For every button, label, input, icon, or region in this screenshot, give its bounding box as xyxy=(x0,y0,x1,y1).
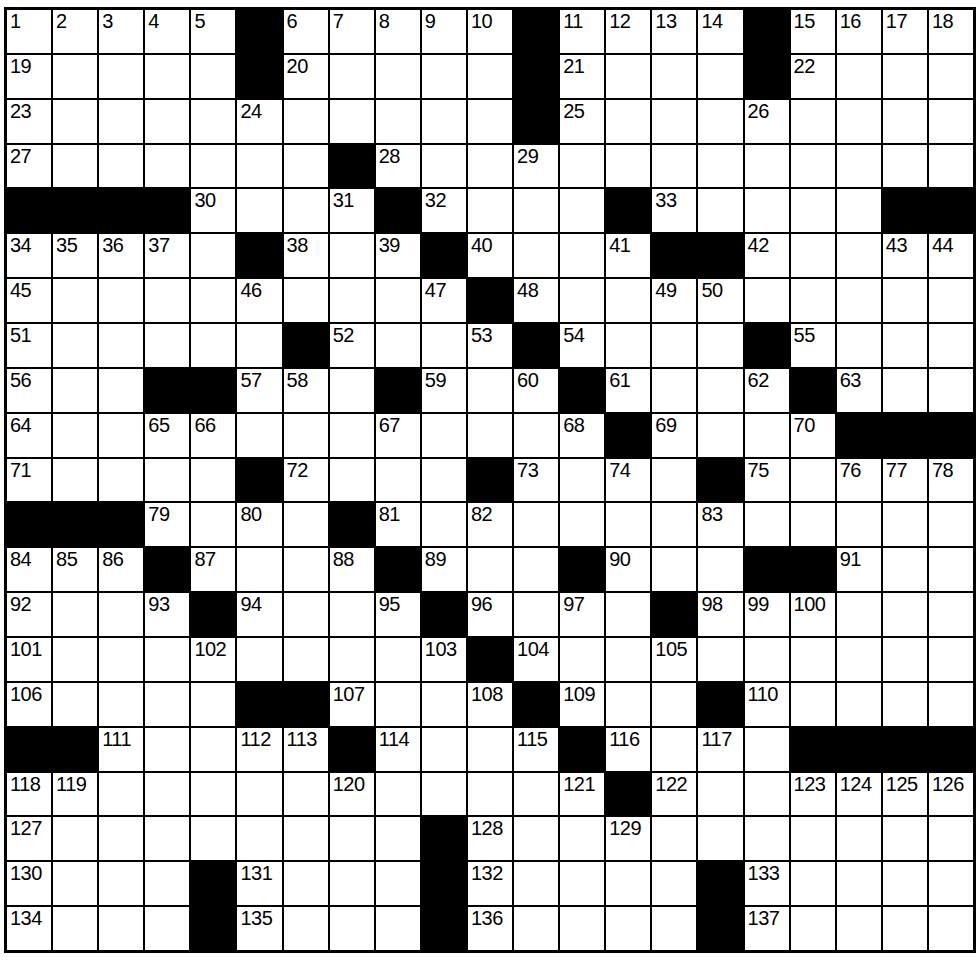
white-square[interactable] xyxy=(560,189,604,232)
white-square[interactable]: 2 xyxy=(53,10,97,53)
white-square[interactable] xyxy=(145,817,189,860)
white-square[interactable] xyxy=(191,324,235,367)
white-square[interactable] xyxy=(929,862,973,905)
white-square[interactable]: 121 xyxy=(560,773,604,816)
white-square[interactable] xyxy=(191,100,235,143)
white-square[interactable]: 5 xyxy=(191,10,235,53)
white-square[interactable]: 112 xyxy=(237,728,281,771)
white-square[interactable]: 61 xyxy=(606,369,650,412)
white-square[interactable]: 105 xyxy=(652,638,696,681)
white-square[interactable] xyxy=(883,862,927,905)
white-square[interactable] xyxy=(422,55,466,98)
white-square[interactable]: 16 xyxy=(837,10,881,53)
white-square[interactable]: 63 xyxy=(837,369,881,412)
white-square[interactable] xyxy=(514,907,558,950)
white-square[interactable] xyxy=(99,459,143,502)
white-square[interactable]: 35 xyxy=(53,234,97,277)
white-square[interactable]: 37 xyxy=(145,234,189,277)
white-square[interactable] xyxy=(191,728,235,771)
white-square[interactable] xyxy=(422,100,466,143)
white-square[interactable] xyxy=(53,145,97,188)
white-square[interactable]: 65 xyxy=(145,414,189,457)
white-square[interactable]: 102 xyxy=(191,638,235,681)
white-square[interactable] xyxy=(837,638,881,681)
white-square[interactable]: 7 xyxy=(330,10,374,53)
white-square[interactable]: 62 xyxy=(745,369,789,412)
white-square[interactable] xyxy=(330,907,374,950)
white-square[interactable] xyxy=(883,593,927,636)
white-square[interactable]: 72 xyxy=(284,459,328,502)
white-square[interactable] xyxy=(837,55,881,98)
white-square[interactable] xyxy=(191,279,235,322)
white-square[interactable] xyxy=(560,145,604,188)
white-square[interactable] xyxy=(745,414,789,457)
white-square[interactable] xyxy=(791,100,835,143)
white-square[interactable] xyxy=(330,638,374,681)
white-square[interactable] xyxy=(837,279,881,322)
white-square[interactable] xyxy=(929,503,973,546)
white-square[interactable] xyxy=(652,817,696,860)
white-square[interactable]: 8 xyxy=(376,10,420,53)
white-square[interactable] xyxy=(698,189,742,232)
white-square[interactable] xyxy=(191,773,235,816)
white-square[interactable] xyxy=(468,189,512,232)
white-square[interactable] xyxy=(791,145,835,188)
white-square[interactable]: 94 xyxy=(237,593,281,636)
white-square[interactable] xyxy=(237,189,281,232)
white-square[interactable]: 84 xyxy=(7,548,51,591)
white-square[interactable]: 87 xyxy=(191,548,235,591)
white-square[interactable] xyxy=(330,369,374,412)
white-square[interactable] xyxy=(837,907,881,950)
white-square[interactable] xyxy=(99,55,143,98)
white-square[interactable] xyxy=(652,100,696,143)
white-square[interactable] xyxy=(698,55,742,98)
white-square[interactable] xyxy=(883,324,927,367)
white-square[interactable] xyxy=(145,145,189,188)
white-square[interactable] xyxy=(53,324,97,367)
white-square[interactable] xyxy=(376,817,420,860)
white-square[interactable]: 127 xyxy=(7,817,51,860)
white-square[interactable] xyxy=(745,817,789,860)
white-square[interactable]: 40 xyxy=(468,234,512,277)
white-square[interactable]: 90 xyxy=(606,548,650,591)
white-square[interactable] xyxy=(883,279,927,322)
white-square[interactable]: 96 xyxy=(468,593,512,636)
white-square[interactable] xyxy=(514,503,558,546)
white-square[interactable] xyxy=(284,145,328,188)
white-square[interactable]: 98 xyxy=(698,593,742,636)
white-square[interactable] xyxy=(929,683,973,726)
white-square[interactable]: 11 xyxy=(560,10,604,53)
white-square[interactable] xyxy=(53,683,97,726)
white-square[interactable] xyxy=(514,817,558,860)
white-square[interactable] xyxy=(652,369,696,412)
white-square[interactable] xyxy=(606,907,650,950)
white-square[interactable] xyxy=(606,593,650,636)
white-square[interactable] xyxy=(606,683,650,726)
white-square[interactable]: 114 xyxy=(376,728,420,771)
white-square[interactable] xyxy=(837,683,881,726)
white-square[interactable]: 108 xyxy=(468,683,512,726)
white-square[interactable]: 15 xyxy=(791,10,835,53)
white-square[interactable] xyxy=(330,279,374,322)
white-square[interactable] xyxy=(422,414,466,457)
white-square[interactable]: 67 xyxy=(376,414,420,457)
white-square[interactable]: 78 xyxy=(929,459,973,502)
white-square[interactable]: 43 xyxy=(883,234,927,277)
white-square[interactable] xyxy=(468,55,512,98)
white-square[interactable] xyxy=(376,100,420,143)
white-square[interactable] xyxy=(883,369,927,412)
white-square[interactable] xyxy=(745,503,789,546)
white-square[interactable]: 18 xyxy=(929,10,973,53)
white-square[interactable] xyxy=(284,414,328,457)
white-square[interactable] xyxy=(53,638,97,681)
white-square[interactable] xyxy=(837,234,881,277)
white-square[interactable]: 39 xyxy=(376,234,420,277)
white-square[interactable]: 26 xyxy=(745,100,789,143)
white-square[interactable] xyxy=(791,459,835,502)
white-square[interactable]: 126 xyxy=(929,773,973,816)
white-square[interactable] xyxy=(330,862,374,905)
white-square[interactable] xyxy=(284,279,328,322)
white-square[interactable] xyxy=(652,459,696,502)
white-square[interactable] xyxy=(237,414,281,457)
white-square[interactable]: 77 xyxy=(883,459,927,502)
white-square[interactable] xyxy=(284,817,328,860)
white-square[interactable] xyxy=(745,145,789,188)
white-square[interactable] xyxy=(514,414,558,457)
white-square[interactable]: 70 xyxy=(791,414,835,457)
white-square[interactable] xyxy=(422,324,466,367)
white-square[interactable] xyxy=(837,145,881,188)
white-square[interactable] xyxy=(284,907,328,950)
white-square[interactable]: 131 xyxy=(237,862,281,905)
white-square[interactable]: 22 xyxy=(791,55,835,98)
white-square[interactable]: 118 xyxy=(7,773,51,816)
white-square[interactable]: 135 xyxy=(237,907,281,950)
white-square[interactable] xyxy=(145,459,189,502)
white-square[interactable] xyxy=(883,55,927,98)
white-square[interactable]: 119 xyxy=(53,773,97,816)
white-square[interactable] xyxy=(53,817,97,860)
white-square[interactable]: 25 xyxy=(560,100,604,143)
white-square[interactable]: 76 xyxy=(837,459,881,502)
white-square[interactable]: 41 xyxy=(606,234,650,277)
white-square[interactable] xyxy=(698,369,742,412)
white-square[interactable] xyxy=(929,369,973,412)
white-square[interactable] xyxy=(145,279,189,322)
white-square[interactable] xyxy=(606,145,650,188)
white-square[interactable] xyxy=(514,234,558,277)
white-square[interactable]: 71 xyxy=(7,459,51,502)
white-square[interactable] xyxy=(53,100,97,143)
white-square[interactable]: 106 xyxy=(7,683,51,726)
white-square[interactable]: 29 xyxy=(514,145,558,188)
white-square[interactable]: 115 xyxy=(514,728,558,771)
white-square[interactable]: 49 xyxy=(652,279,696,322)
white-square[interactable] xyxy=(929,593,973,636)
white-square[interactable] xyxy=(929,100,973,143)
white-square[interactable]: 116 xyxy=(606,728,650,771)
white-square[interactable] xyxy=(560,817,604,860)
white-square[interactable]: 93 xyxy=(145,593,189,636)
white-square[interactable] xyxy=(99,279,143,322)
white-square[interactable] xyxy=(698,100,742,143)
white-square[interactable]: 50 xyxy=(698,279,742,322)
white-square[interactable]: 74 xyxy=(606,459,650,502)
white-square[interactable] xyxy=(883,638,927,681)
white-square[interactable] xyxy=(237,548,281,591)
white-square[interactable] xyxy=(99,683,143,726)
white-square[interactable] xyxy=(514,593,558,636)
white-square[interactable] xyxy=(145,862,189,905)
white-square[interactable]: 95 xyxy=(376,593,420,636)
white-square[interactable] xyxy=(745,189,789,232)
white-square[interactable] xyxy=(514,189,558,232)
white-square[interactable] xyxy=(145,728,189,771)
white-square[interactable] xyxy=(330,593,374,636)
white-square[interactable]: 53 xyxy=(468,324,512,367)
white-square[interactable] xyxy=(514,862,558,905)
white-square[interactable] xyxy=(791,189,835,232)
white-square[interactable]: 23 xyxy=(7,100,51,143)
white-square[interactable] xyxy=(698,414,742,457)
white-square[interactable]: 68 xyxy=(560,414,604,457)
white-square[interactable] xyxy=(929,55,973,98)
white-square[interactable]: 19 xyxy=(7,55,51,98)
white-square[interactable] xyxy=(53,414,97,457)
white-square[interactable] xyxy=(53,593,97,636)
white-square[interactable] xyxy=(698,324,742,367)
white-square[interactable] xyxy=(698,773,742,816)
white-square[interactable]: 80 xyxy=(237,503,281,546)
white-square[interactable] xyxy=(284,503,328,546)
white-square[interactable] xyxy=(376,638,420,681)
white-square[interactable] xyxy=(330,459,374,502)
white-square[interactable] xyxy=(145,100,189,143)
white-square[interactable] xyxy=(791,862,835,905)
white-square[interactable] xyxy=(99,773,143,816)
white-square[interactable] xyxy=(53,369,97,412)
white-square[interactable] xyxy=(929,279,973,322)
white-square[interactable]: 97 xyxy=(560,593,604,636)
white-square[interactable]: 79 xyxy=(145,503,189,546)
white-square[interactable] xyxy=(99,100,143,143)
white-square[interactable] xyxy=(191,145,235,188)
white-square[interactable] xyxy=(745,728,789,771)
white-square[interactable] xyxy=(284,593,328,636)
white-square[interactable] xyxy=(99,817,143,860)
white-square[interactable]: 20 xyxy=(284,55,328,98)
white-square[interactable]: 73 xyxy=(514,459,558,502)
white-square[interactable] xyxy=(53,862,97,905)
white-square[interactable] xyxy=(652,55,696,98)
white-square[interactable] xyxy=(606,100,650,143)
white-square[interactable] xyxy=(237,817,281,860)
white-square[interactable] xyxy=(376,55,420,98)
white-square[interactable] xyxy=(53,907,97,950)
white-square[interactable] xyxy=(376,279,420,322)
white-square[interactable] xyxy=(560,862,604,905)
white-square[interactable] xyxy=(422,728,466,771)
white-square[interactable]: 101 xyxy=(7,638,51,681)
white-square[interactable]: 64 xyxy=(7,414,51,457)
white-square[interactable] xyxy=(422,683,466,726)
white-square[interactable]: 113 xyxy=(284,728,328,771)
white-square[interactable] xyxy=(99,145,143,188)
white-square[interactable]: 55 xyxy=(791,324,835,367)
white-square[interactable] xyxy=(791,234,835,277)
white-square[interactable] xyxy=(791,638,835,681)
white-square[interactable] xyxy=(422,503,466,546)
white-square[interactable]: 120 xyxy=(330,773,374,816)
white-square[interactable]: 134 xyxy=(7,907,51,950)
white-square[interactable]: 57 xyxy=(237,369,281,412)
white-square[interactable]: 58 xyxy=(284,369,328,412)
white-square[interactable]: 56 xyxy=(7,369,51,412)
white-square[interactable] xyxy=(99,907,143,950)
white-square[interactable] xyxy=(284,773,328,816)
white-square[interactable] xyxy=(284,638,328,681)
white-square[interactable]: 12 xyxy=(606,10,650,53)
white-square[interactable] xyxy=(652,548,696,591)
white-square[interactable] xyxy=(560,234,604,277)
white-square[interactable]: 103 xyxy=(422,638,466,681)
white-square[interactable] xyxy=(191,817,235,860)
white-square[interactable] xyxy=(191,503,235,546)
white-square[interactable]: 92 xyxy=(7,593,51,636)
white-square[interactable] xyxy=(191,683,235,726)
white-square[interactable]: 136 xyxy=(468,907,512,950)
white-square[interactable]: 45 xyxy=(7,279,51,322)
white-square[interactable] xyxy=(698,638,742,681)
white-square[interactable] xyxy=(284,548,328,591)
white-square[interactable] xyxy=(145,55,189,98)
white-square[interactable] xyxy=(330,55,374,98)
white-square[interactable] xyxy=(284,862,328,905)
white-square[interactable]: 42 xyxy=(745,234,789,277)
white-square[interactable]: 31 xyxy=(330,189,374,232)
white-square[interactable]: 130 xyxy=(7,862,51,905)
white-square[interactable]: 4 xyxy=(145,10,189,53)
white-square[interactable]: 117 xyxy=(698,728,742,771)
white-square[interactable] xyxy=(606,862,650,905)
white-square[interactable] xyxy=(514,773,558,816)
white-square[interactable]: 133 xyxy=(745,862,789,905)
white-square[interactable]: 137 xyxy=(745,907,789,950)
white-square[interactable] xyxy=(929,638,973,681)
white-square[interactable] xyxy=(560,279,604,322)
white-square[interactable]: 14 xyxy=(698,10,742,53)
white-square[interactable]: 48 xyxy=(514,279,558,322)
white-square[interactable] xyxy=(791,279,835,322)
white-square[interactable] xyxy=(560,459,604,502)
white-square[interactable] xyxy=(929,907,973,950)
white-square[interactable] xyxy=(284,100,328,143)
white-square[interactable]: 32 xyxy=(422,189,466,232)
white-square[interactable] xyxy=(698,817,742,860)
white-square[interactable] xyxy=(652,145,696,188)
white-square[interactable]: 47 xyxy=(422,279,466,322)
white-square[interactable] xyxy=(837,100,881,143)
white-square[interactable] xyxy=(652,862,696,905)
white-square[interactable]: 83 xyxy=(698,503,742,546)
white-square[interactable] xyxy=(330,817,374,860)
white-square[interactable]: 100 xyxy=(791,593,835,636)
white-square[interactable]: 85 xyxy=(53,548,97,591)
white-square[interactable] xyxy=(468,369,512,412)
white-square[interactable] xyxy=(837,817,881,860)
white-square[interactable] xyxy=(468,100,512,143)
white-square[interactable]: 122 xyxy=(652,773,696,816)
white-square[interactable] xyxy=(237,324,281,367)
white-square[interactable] xyxy=(191,234,235,277)
white-square[interactable] xyxy=(652,728,696,771)
white-square[interactable] xyxy=(745,773,789,816)
white-square[interactable] xyxy=(330,100,374,143)
white-square[interactable]: 44 xyxy=(929,234,973,277)
white-square[interactable] xyxy=(53,459,97,502)
white-square[interactable]: 30 xyxy=(191,189,235,232)
white-square[interactable] xyxy=(237,638,281,681)
white-square[interactable]: 66 xyxy=(191,414,235,457)
white-square[interactable] xyxy=(883,683,927,726)
white-square[interactable]: 34 xyxy=(7,234,51,277)
white-square[interactable] xyxy=(929,324,973,367)
white-square[interactable]: 1 xyxy=(7,10,51,53)
white-square[interactable]: 21 xyxy=(560,55,604,98)
white-square[interactable] xyxy=(422,145,466,188)
white-square[interactable] xyxy=(883,907,927,950)
white-square[interactable]: 33 xyxy=(652,189,696,232)
white-square[interactable] xyxy=(99,638,143,681)
white-square[interactable] xyxy=(652,324,696,367)
white-square[interactable] xyxy=(376,773,420,816)
white-square[interactable]: 91 xyxy=(837,548,881,591)
white-square[interactable] xyxy=(99,324,143,367)
white-square[interactable] xyxy=(929,817,973,860)
white-square[interactable] xyxy=(883,145,927,188)
white-square[interactable] xyxy=(652,907,696,950)
white-square[interactable] xyxy=(883,548,927,591)
white-square[interactable] xyxy=(837,189,881,232)
white-square[interactable] xyxy=(652,503,696,546)
white-square[interactable]: 107 xyxy=(330,683,374,726)
white-square[interactable]: 17 xyxy=(883,10,927,53)
white-square[interactable]: 110 xyxy=(745,683,789,726)
white-square[interactable] xyxy=(422,773,466,816)
white-square[interactable] xyxy=(791,503,835,546)
white-square[interactable] xyxy=(514,548,558,591)
white-square[interactable]: 104 xyxy=(514,638,558,681)
white-square[interactable] xyxy=(837,503,881,546)
white-square[interactable]: 82 xyxy=(468,503,512,546)
white-square[interactable]: 6 xyxy=(284,10,328,53)
white-square[interactable]: 129 xyxy=(606,817,650,860)
white-square[interactable] xyxy=(837,862,881,905)
white-square[interactable] xyxy=(99,369,143,412)
white-square[interactable]: 81 xyxy=(376,503,420,546)
white-square[interactable]: 125 xyxy=(883,773,927,816)
white-square[interactable] xyxy=(606,324,650,367)
white-square[interactable] xyxy=(837,324,881,367)
white-square[interactable] xyxy=(99,414,143,457)
white-square[interactable] xyxy=(883,100,927,143)
white-square[interactable]: 88 xyxy=(330,548,374,591)
white-square[interactable] xyxy=(237,145,281,188)
